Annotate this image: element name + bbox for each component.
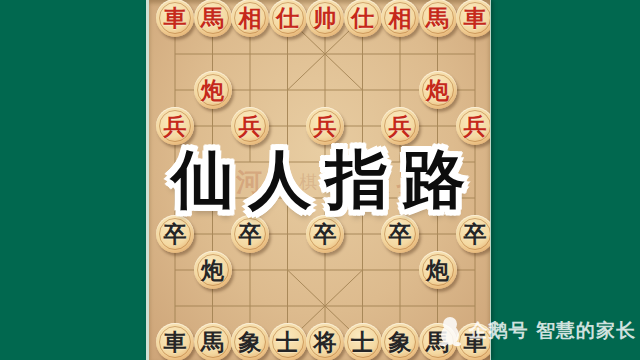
piece-red-general[interactable]: 帅	[306, 0, 344, 37]
piece-black-general[interactable]: 将	[306, 323, 344, 360]
piece-red-cannon[interactable]: 炮	[419, 71, 457, 109]
piece-character: 仕	[276, 6, 299, 29]
piece-character: 兵	[464, 114, 487, 137]
piece-character: 車	[164, 330, 187, 353]
piece-character: 車	[164, 6, 187, 29]
piece-black-soldier[interactable]: 卒	[231, 215, 269, 253]
piece-red-horse[interactable]: 馬	[194, 0, 232, 37]
watermark-text: 企鹅号 智慧的家长	[468, 318, 636, 344]
piece-red-elephant[interactable]: 相	[231, 0, 269, 37]
piece-red-advisor[interactable]: 仕	[269, 0, 307, 37]
piece-red-horse[interactable]: 馬	[419, 0, 457, 37]
piece-character: 兵	[239, 114, 262, 137]
piece-character: 帅	[314, 6, 337, 29]
xiangqi-board[interactable]: 楚河 象棋 汉界 車馬相仕帅仕相馬車炮炮兵兵兵兵兵卒卒卒卒卒炮炮車馬象士将士象馬…	[146, 0, 491, 360]
piece-character: 炮	[201, 258, 224, 281]
piece-character: 兵	[389, 114, 412, 137]
piece-character: 馬	[201, 6, 224, 29]
piece-character: 馬	[426, 6, 449, 29]
piece-black-advisor[interactable]: 士	[344, 323, 382, 360]
piece-character: 将	[314, 330, 337, 353]
watermark: 企鹅号 智慧的家长	[438, 316, 636, 346]
piece-character: 相	[389, 6, 412, 29]
piece-character: 炮	[201, 78, 224, 101]
piece-character: 卒	[464, 222, 487, 245]
piece-character: 炮	[426, 78, 449, 101]
piece-character: 車	[464, 6, 487, 29]
piece-character: 士	[351, 330, 374, 353]
board-grid	[149, 0, 491, 360]
piece-red-cannon[interactable]: 炮	[194, 71, 232, 109]
penguin-icon	[438, 316, 462, 346]
piece-black-soldier[interactable]: 卒	[306, 215, 344, 253]
piece-black-cannon[interactable]: 炮	[194, 251, 232, 289]
piece-red-chariot[interactable]: 車	[456, 0, 491, 37]
piece-black-elephant[interactable]: 象	[381, 323, 419, 360]
piece-black-chariot[interactable]: 車	[156, 323, 194, 360]
piece-character: 卒	[389, 222, 412, 245]
piece-red-soldier[interactable]: 兵	[156, 107, 194, 145]
piece-black-soldier[interactable]: 卒	[156, 215, 194, 253]
piece-red-soldier[interactable]: 兵	[456, 107, 491, 145]
piece-red-advisor[interactable]: 仕	[344, 0, 382, 37]
piece-black-advisor[interactable]: 士	[269, 323, 307, 360]
piece-red-chariot[interactable]: 車	[156, 0, 194, 37]
piece-black-soldier[interactable]: 卒	[381, 215, 419, 253]
piece-black-horse[interactable]: 馬	[194, 323, 232, 360]
piece-character: 炮	[426, 258, 449, 281]
piece-black-elephant[interactable]: 象	[231, 323, 269, 360]
piece-black-cannon[interactable]: 炮	[419, 251, 457, 289]
piece-black-soldier[interactable]: 卒	[456, 215, 491, 253]
piece-character: 兵	[164, 114, 187, 137]
piece-red-soldier[interactable]: 兵	[231, 107, 269, 145]
piece-character: 象	[239, 330, 262, 353]
piece-red-soldier[interactable]: 兵	[381, 107, 419, 145]
piece-red-soldier[interactable]: 兵	[306, 107, 344, 145]
piece-character: 兵	[314, 114, 337, 137]
piece-character: 卒	[164, 222, 187, 245]
piece-character: 卒	[239, 222, 262, 245]
piece-character: 仕	[351, 6, 374, 29]
piece-red-elephant[interactable]: 相	[381, 0, 419, 37]
piece-character: 卒	[314, 222, 337, 245]
piece-character: 士	[276, 330, 299, 353]
piece-character: 馬	[201, 330, 224, 353]
piece-character: 相	[239, 6, 262, 29]
piece-character: 象	[389, 330, 412, 353]
